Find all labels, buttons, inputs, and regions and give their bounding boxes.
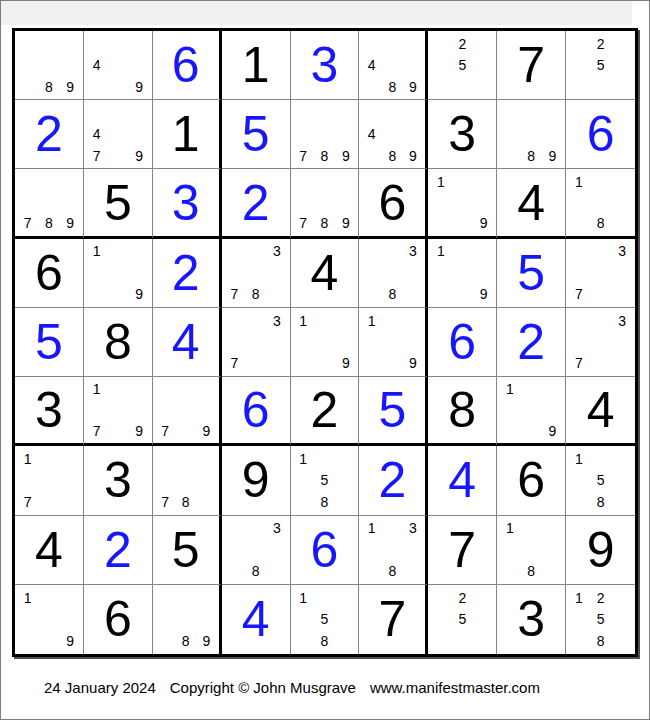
pencil-marks: 79: [155, 379, 217, 441]
pencil-mark-digit: 8: [314, 630, 335, 652]
pencil-mark-digit: 2: [590, 33, 612, 54]
cell-r3c1[interactable]: 789: [15, 169, 84, 238]
pencil-marks: 19: [361, 310, 423, 374]
pencil-mark-digit: 2: [452, 33, 473, 54]
pencil-marks: 1258: [568, 587, 633, 652]
solved-digit: 6: [448, 317, 476, 367]
cell-r8c3[interactable]: 5: [153, 516, 222, 585]
pencil-mark-digit: 3: [266, 241, 287, 262]
pencil-mark-digit: 5: [590, 609, 612, 631]
solved-digit: 4: [172, 317, 200, 367]
cell-r9c1[interactable]: 19: [15, 585, 84, 654]
pencil-mark-digit: 3: [266, 310, 287, 331]
pencil-mark-digit: 8: [314, 145, 335, 166]
cell-r4c3[interactable]: 2: [153, 239, 222, 308]
cell-r3c2[interactable]: 5: [84, 169, 153, 238]
cell-r6c8[interactable]: 19: [497, 377, 566, 446]
solved-digit: 2: [242, 178, 270, 228]
pencil-mark-digit: 7: [155, 491, 176, 512]
sudoku-board: 8949613489257252479157894893896789532789…: [12, 28, 638, 657]
pencil-mark-digit: 8: [314, 491, 335, 512]
given-digit: 2: [311, 385, 339, 435]
solved-digit: 5: [35, 317, 63, 367]
cell-r2c3[interactable]: 1: [153, 100, 222, 169]
cell-r8c6[interactable]: 138: [359, 516, 428, 585]
cell-r9c4[interactable]: 4: [222, 585, 291, 654]
cell-r4c6[interactable]: 38: [359, 239, 428, 308]
given-digit: 3: [448, 109, 476, 159]
footer-url: www.manifestmaster.com: [370, 679, 540, 696]
pencil-mark-digit: 7: [17, 213, 38, 234]
cell-r8c1[interactable]: 4: [15, 516, 84, 585]
cell-r2c7[interactable]: 3: [428, 100, 497, 169]
pencil-mark-digit: 4: [361, 54, 382, 75]
pencil-mark-digit: 4: [86, 124, 107, 145]
cell-r6c9[interactable]: 4: [566, 377, 635, 446]
cell-r4c5[interactable]: 4: [291, 239, 360, 308]
given-digit: 1: [242, 40, 270, 90]
pencil-marks: 158: [568, 448, 633, 512]
solved-digit: 4: [242, 594, 270, 644]
cell-r3c7[interactable]: 19: [428, 169, 497, 238]
pencil-marks: 18: [499, 518, 563, 582]
cell-r7c5[interactable]: 158: [291, 446, 360, 515]
pencil-mark-digit: 8: [38, 213, 59, 234]
cell-r5c6[interactable]: 19: [359, 308, 428, 377]
given-digit: 5: [104, 178, 132, 228]
pencil-marks: 158: [293, 448, 357, 512]
cell-r3c3[interactable]: 3: [153, 169, 222, 238]
pencil-mark-digit: 1: [17, 448, 38, 469]
given-digit: 5: [172, 525, 200, 575]
cell-r6c5[interactable]: 2: [291, 377, 360, 446]
pencil-mark-digit: 9: [542, 421, 563, 442]
cell-r5c2[interactable]: 8: [84, 308, 153, 377]
cell-r8c8[interactable]: 18: [497, 516, 566, 585]
pencil-mark-digit: 1: [86, 379, 107, 400]
pencil-mark-digit: 7: [155, 421, 176, 442]
pencil-mark-digit: 8: [245, 560, 266, 581]
pencil-mark-digit: 8: [521, 560, 542, 581]
cell-r7c2[interactable]: 3: [84, 446, 153, 515]
pencil-mark-digit: 8: [382, 145, 403, 166]
pencil-mark-digit: 3: [266, 518, 287, 539]
pencil-mark-digit: 8: [175, 491, 196, 512]
pencil-marks: 138: [361, 518, 423, 582]
pencil-marks: 19: [430, 171, 494, 233]
cell-r1c1[interactable]: 89: [15, 31, 84, 100]
pencil-marks: 17: [17, 448, 81, 512]
pencil-mark-digit: 7: [224, 353, 245, 374]
cell-r2c9[interactable]: 6: [566, 100, 635, 169]
given-digit: 9: [587, 525, 615, 575]
pencil-marks: 19: [17, 587, 81, 652]
cell-r5c9[interactable]: 37: [566, 308, 635, 377]
cell-r7c1[interactable]: 17: [15, 446, 84, 515]
cell-r1c2[interactable]: 49: [84, 31, 153, 100]
pencil-marks: 49: [86, 33, 150, 97]
pencil-mark-digit: 7: [224, 283, 245, 304]
cell-r2c6[interactable]: 489: [359, 100, 428, 169]
cell-r6c3[interactable]: 79: [153, 377, 222, 446]
pencil-marks: 89: [155, 587, 217, 652]
cell-r1c4[interactable]: 1: [222, 31, 291, 100]
pencil-mark-digit: 8: [590, 630, 612, 652]
pencil-mark-digit: 9: [128, 421, 149, 442]
cell-r2c4[interactable]: 5: [222, 100, 291, 169]
pencil-mark-digit: 7: [86, 145, 107, 166]
given-digit: 4: [311, 248, 339, 298]
pencil-mark-digit: 1: [568, 448, 590, 469]
pencil-mark-digit: 5: [452, 54, 473, 75]
pencil-mark-digit: 9: [128, 145, 149, 166]
given-digit: 3: [517, 594, 545, 644]
pencil-mark-digit: 1: [293, 310, 314, 331]
solved-digit: 6: [311, 525, 339, 575]
pencil-marks: 179: [86, 379, 150, 441]
cell-r4c9[interactable]: 37: [566, 239, 635, 308]
footer: 24 January 2024 Copyright © John Musgrav…: [44, 679, 540, 696]
pencil-mark-digit: 9: [542, 145, 563, 166]
pencil-marks: 19: [86, 241, 150, 305]
pencil-mark-digit: 1: [499, 518, 520, 539]
cell-r5c1[interactable]: 5: [15, 308, 84, 377]
cell-r4c1[interactable]: 6: [15, 239, 84, 308]
pencil-marks: 789: [293, 102, 357, 166]
cell-r7c9[interactable]: 158: [566, 446, 635, 515]
given-digit: 6: [35, 248, 63, 298]
cell-r5c3[interactable]: 4: [153, 308, 222, 377]
cell-r5c4[interactable]: 37: [222, 308, 291, 377]
cell-r4c8[interactable]: 5: [497, 239, 566, 308]
pencil-mark-digit: 8: [590, 213, 612, 234]
cell-r7c6[interactable]: 2: [359, 446, 428, 515]
solved-digit: 2: [35, 109, 63, 159]
cell-r6c1[interactable]: 3: [15, 377, 84, 446]
cell-r7c8[interactable]: 6: [497, 446, 566, 515]
pencil-mark-digit: 2: [452, 587, 473, 609]
solved-digit: 5: [242, 109, 270, 159]
pencil-mark-digit: 9: [128, 283, 149, 304]
pencil-mark-digit: 1: [499, 379, 520, 400]
pencil-mark-digit: 7: [568, 353, 590, 374]
pencil-mark-digit: 8: [38, 76, 59, 97]
pencil-mark-digit: 1: [293, 587, 314, 609]
solved-digit: 6: [172, 40, 200, 90]
cell-r4c7[interactable]: 19: [428, 239, 497, 308]
pencil-mark-digit: 7: [568, 283, 590, 304]
cell-r5c7[interactable]: 6: [428, 308, 497, 377]
cell-r1c7[interactable]: 25: [428, 31, 497, 100]
pencil-mark-digit: 8: [314, 213, 335, 234]
pencil-mark-digit: 3: [403, 518, 424, 539]
pencil-mark-digit: 7: [17, 491, 38, 512]
given-digit: 7: [378, 594, 406, 644]
pencil-mark-digit: 1: [430, 241, 451, 262]
solved-digit: 4: [448, 455, 476, 505]
cell-r6c4[interactable]: 6: [222, 377, 291, 446]
solved-digit: 5: [378, 385, 406, 435]
given-digit: 8: [448, 385, 476, 435]
cell-r2c8[interactable]: 89: [497, 100, 566, 169]
solved-digit: 2: [378, 455, 406, 505]
cell-r7c4[interactable]: 9: [222, 446, 291, 515]
pencil-marks: 37: [568, 310, 633, 374]
pencil-marks: 38: [361, 241, 423, 305]
cell-r8c2[interactable]: 2: [84, 516, 153, 585]
pencil-mark-digit: 9: [60, 76, 81, 97]
pencil-mark-digit: 1: [568, 171, 590, 192]
pencil-marks: 38: [224, 518, 288, 582]
pencil-mark-digit: 9: [403, 76, 424, 97]
cell-r1c8[interactable]: 7: [497, 31, 566, 100]
given-digit: 3: [35, 385, 63, 435]
solved-digit: 2: [104, 525, 132, 575]
pencil-marks: 489: [361, 33, 423, 97]
pencil-mark-digit: 9: [335, 145, 356, 166]
pencil-mark-digit: 8: [382, 76, 403, 97]
cell-r4c2[interactable]: 19: [84, 239, 153, 308]
given-digit: 7: [517, 40, 545, 90]
pencil-marks: 489: [361, 102, 423, 166]
cell-r7c7[interactable]: 4: [428, 446, 497, 515]
cell-r1c5[interactable]: 3: [291, 31, 360, 100]
cell-r7c3[interactable]: 78: [153, 446, 222, 515]
given-digit: 4: [587, 385, 615, 435]
given-digit: 7: [448, 525, 476, 575]
solved-digit: 3: [311, 40, 339, 90]
cell-r9c5[interactable]: 158: [291, 585, 360, 654]
pencil-mark-digit: 9: [403, 145, 424, 166]
pencil-mark-digit: 1: [17, 587, 38, 609]
pencil-mark-digit: 5: [452, 609, 473, 631]
cell-r9c3[interactable]: 89: [153, 585, 222, 654]
pencil-mark-digit: 8: [521, 145, 542, 166]
solved-digit: 6: [242, 385, 270, 435]
pencil-mark-digit: 9: [335, 213, 356, 234]
pencil-mark-digit: 1: [361, 310, 382, 331]
cell-r5c5[interactable]: 19: [291, 308, 360, 377]
footer-copyright: Copyright © John Musgrave: [170, 679, 356, 696]
pencil-marks: 378: [224, 241, 288, 305]
pencil-marks: 25: [430, 587, 494, 652]
pencil-mark-digit: 8: [175, 630, 196, 652]
given-digit: 6: [378, 178, 406, 228]
pencil-marks: 78: [155, 448, 217, 512]
solved-digit: 2: [172, 248, 200, 298]
cell-r3c6[interactable]: 6: [359, 169, 428, 238]
cell-r9c7[interactable]: 25: [428, 585, 497, 654]
solved-digit: 3: [172, 178, 200, 228]
pencil-mark-digit: 9: [60, 630, 81, 652]
pencil-mark-digit: 4: [361, 124, 382, 145]
pencil-marks: 789: [293, 171, 357, 233]
pencil-marks: 18: [568, 171, 633, 233]
cell-r8c7[interactable]: 7: [428, 516, 497, 585]
pencil-mark-digit: 8: [382, 283, 403, 304]
solved-digit: 5: [517, 248, 545, 298]
cell-r6c2[interactable]: 179: [84, 377, 153, 446]
pencil-mark-digit: 9: [335, 353, 356, 374]
cell-r6c6[interactable]: 5: [359, 377, 428, 446]
cell-r2c2[interactable]: 479: [84, 100, 153, 169]
given-digit: 4: [517, 178, 545, 228]
pencil-marks: 158: [293, 587, 357, 652]
pencil-marks: 19: [499, 379, 563, 441]
cell-r8c9[interactable]: 9: [566, 516, 635, 585]
given-digit: 4: [35, 525, 63, 575]
pencil-marks: 789: [17, 171, 81, 233]
pencil-mark-digit: 8: [590, 491, 612, 512]
given-digit: 3: [104, 455, 132, 505]
pencil-mark-digit: 7: [293, 145, 314, 166]
top-strip: [1, 1, 632, 25]
cell-r1c6[interactable]: 489: [359, 31, 428, 100]
solved-digit: 6: [587, 109, 615, 159]
pencil-mark-digit: 1: [86, 241, 107, 262]
given-digit: 8: [104, 317, 132, 367]
cell-r6c7[interactable]: 8: [428, 377, 497, 446]
pencil-mark-digit: 3: [611, 310, 633, 331]
pencil-mark-digit: 5: [590, 470, 612, 491]
pencil-mark-digit: 9: [196, 421, 217, 442]
cell-r8c4[interactable]: 38: [222, 516, 291, 585]
given-digit: 6: [104, 594, 132, 644]
pencil-mark-digit: 3: [611, 241, 633, 262]
solved-digit: 2: [517, 317, 545, 367]
cell-r8c5[interactable]: 6: [291, 516, 360, 585]
pencil-mark-digit: 9: [60, 213, 81, 234]
pencil-marks: 89: [17, 33, 81, 97]
pencil-mark-digit: 7: [86, 421, 107, 442]
cell-r3c4[interactable]: 2: [222, 169, 291, 238]
pencil-marks: 19: [430, 241, 494, 305]
pencil-mark-digit: 5: [314, 609, 335, 631]
cell-r3c8[interactable]: 4: [497, 169, 566, 238]
cell-r9c2[interactable]: 6: [84, 585, 153, 654]
cell-r4c4[interactable]: 378: [222, 239, 291, 308]
pencil-mark-digit: 8: [382, 560, 403, 581]
cell-r1c3[interactable]: 6: [153, 31, 222, 100]
pencil-mark-digit: 5: [314, 470, 335, 491]
pencil-mark-digit: 1: [430, 171, 451, 192]
pencil-mark-digit: 1: [568, 587, 590, 609]
pencil-mark-digit: 9: [473, 213, 494, 234]
pencil-mark-digit: 9: [128, 76, 149, 97]
given-digit: 1: [172, 109, 200, 159]
pencil-marks: 479: [86, 102, 150, 166]
cell-r9c6[interactable]: 7: [359, 585, 428, 654]
footer-date: 24 January 2024: [44, 679, 156, 696]
pencil-mark-digit: 2: [590, 587, 612, 609]
cell-r3c5[interactable]: 789: [291, 169, 360, 238]
pencil-mark-digit: 7: [293, 213, 314, 234]
pencil-mark-digit: 9: [403, 353, 424, 374]
cell-r2c5[interactable]: 789: [291, 100, 360, 169]
pencil-marks: 25: [430, 33, 494, 97]
cell-r1c9[interactable]: 25: [566, 31, 635, 100]
cell-r9c8[interactable]: 3: [497, 585, 566, 654]
page: 8949613489257252479157894893896789532789…: [0, 0, 650, 720]
pencil-marks: 25: [568, 33, 633, 97]
pencil-mark-digit: 1: [361, 518, 382, 539]
cell-r9c9[interactable]: 1258: [566, 585, 635, 654]
pencil-mark-digit: 9: [196, 630, 217, 652]
pencil-mark-digit: 3: [403, 241, 424, 262]
given-digit: 6: [517, 455, 545, 505]
pencil-marks: 89: [499, 102, 563, 166]
pencil-mark-digit: 5: [590, 54, 612, 75]
pencil-mark-digit: 8: [245, 283, 266, 304]
given-digit: 9: [242, 455, 270, 505]
pencil-marks: 37: [568, 241, 633, 305]
cell-r5c8[interactable]: 2: [497, 308, 566, 377]
cell-r2c1[interactable]: 2: [15, 100, 84, 169]
pencil-mark-digit: 9: [473, 283, 494, 304]
cell-r3c9[interactable]: 18: [566, 169, 635, 238]
pencil-mark-digit: 4: [86, 54, 107, 75]
pencil-marks: 37: [224, 310, 288, 374]
pencil-marks: 19: [293, 310, 357, 374]
pencil-mark-digit: 1: [293, 448, 314, 469]
